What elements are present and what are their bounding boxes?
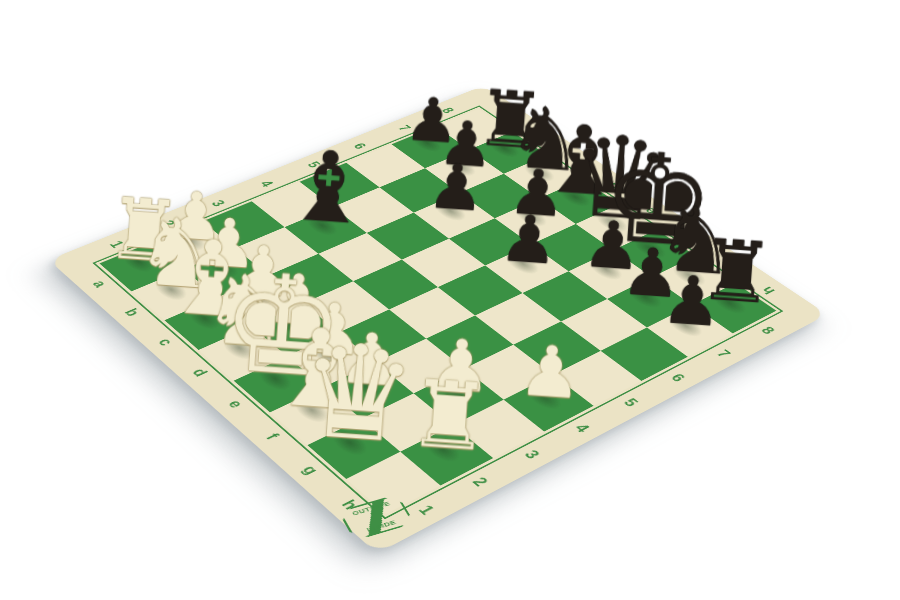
white-rook-piece-h2[interactable]: ♜ xyxy=(370,364,530,467)
board-mat: 12345678 12345678 abcdefgh abcdefgh ♜♞♝♞… xyxy=(48,85,827,553)
badge-text-inside: INSIDE xyxy=(366,519,397,532)
pieces-layer: ♜♞♝♞♚♝♛♜♟♟♟♟♟♟♟♟♜♞♝♛♚♞♜♝♟♟♟♟♟♟♟♟ xyxy=(99,109,776,514)
perspective-scene: 12345678 12345678 abcdefgh abcdefgh ♜♞♝♞… xyxy=(0,0,900,600)
black-pawn-piece-h7[interactable]: ♟ xyxy=(619,263,765,340)
camera-tilt: 12345678 12345678 abcdefgh abcdefgh ♜♞♝♞… xyxy=(0,0,900,600)
product-photo-stage: 12345678 12345678 abcdefgh abcdefgh ♜♞♝♞… xyxy=(0,0,900,600)
